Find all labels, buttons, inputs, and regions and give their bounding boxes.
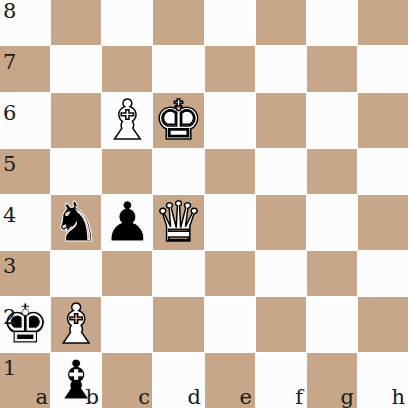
- square-e1[interactable]: [205, 353, 255, 408]
- square-f4[interactable]: [256, 195, 306, 250]
- square-d7[interactable]: [153, 46, 203, 91]
- square-h3[interactable]: [358, 251, 408, 296]
- square-e6[interactable]: [205, 93, 255, 148]
- square-c4[interactable]: ♟: [102, 195, 152, 250]
- piece-black-bishop[interactable]: ♝: [52, 353, 101, 408]
- piece-white-king[interactable]: ♚: [154, 93, 203, 148]
- square-f6[interactable]: [256, 93, 306, 148]
- square-g1[interactable]: [307, 353, 357, 408]
- square-a7[interactable]: [0, 46, 50, 91]
- square-f5[interactable]: [256, 149, 306, 194]
- board-grid: ♝♚♞♟♛♚♝♝: [0, 0, 408, 408]
- square-h7[interactable]: [358, 46, 408, 91]
- square-h8[interactable]: [358, 0, 408, 45]
- square-b1[interactable]: ♝: [51, 353, 101, 408]
- square-b8[interactable]: [51, 0, 101, 45]
- square-c7[interactable]: [102, 46, 152, 91]
- square-e4[interactable]: [205, 195, 255, 250]
- square-c2[interactable]: [102, 297, 152, 352]
- square-g5[interactable]: [307, 149, 357, 194]
- square-b7[interactable]: [51, 46, 101, 91]
- square-e5[interactable]: [205, 149, 255, 194]
- square-h6[interactable]: [358, 93, 408, 148]
- square-e2[interactable]: [205, 297, 255, 352]
- square-b2[interactable]: ♝: [51, 297, 101, 352]
- square-a4[interactable]: [0, 195, 50, 250]
- square-c5[interactable]: [102, 149, 152, 194]
- square-e3[interactable]: [205, 251, 255, 296]
- square-g6[interactable]: [307, 93, 357, 148]
- square-g8[interactable]: [307, 0, 357, 45]
- square-g3[interactable]: [307, 251, 357, 296]
- square-a1[interactable]: [0, 353, 50, 408]
- piece-white-queen[interactable]: ♛: [154, 195, 203, 250]
- square-d2[interactable]: [153, 297, 203, 352]
- piece-white-bishop[interactable]: ♝: [103, 93, 152, 148]
- square-h2[interactable]: [358, 297, 408, 352]
- square-d5[interactable]: [153, 149, 203, 194]
- square-b6[interactable]: [51, 93, 101, 148]
- square-d6[interactable]: ♚: [153, 93, 203, 148]
- square-a8[interactable]: [0, 0, 50, 45]
- square-f7[interactable]: [256, 46, 306, 91]
- piece-black-pawn[interactable]: ♟: [103, 195, 152, 250]
- square-c1[interactable]: [102, 353, 152, 408]
- square-a6[interactable]: [0, 93, 50, 148]
- piece-black-knight[interactable]: ♞: [52, 195, 101, 250]
- square-g2[interactable]: [307, 297, 357, 352]
- square-d4[interactable]: ♛: [153, 195, 203, 250]
- piece-black-king[interactable]: ♚: [0, 297, 49, 352]
- chess-board: ♝♚♞♟♛♚♝♝ 87654321abcdefgh: [0, 0, 408, 408]
- square-f2[interactable]: [256, 297, 306, 352]
- piece-white-bishop[interactable]: ♝: [52, 297, 101, 352]
- square-a3[interactable]: [0, 251, 50, 296]
- square-c3[interactable]: [102, 251, 152, 296]
- square-f8[interactable]: [256, 0, 306, 45]
- square-f1[interactable]: [256, 353, 306, 408]
- square-b5[interactable]: [51, 149, 101, 194]
- square-h4[interactable]: [358, 195, 408, 250]
- square-h5[interactable]: [358, 149, 408, 194]
- square-d1[interactable]: [153, 353, 203, 408]
- square-g7[interactable]: [307, 46, 357, 91]
- square-b3[interactable]: [51, 251, 101, 296]
- square-a2[interactable]: ♚: [0, 297, 50, 352]
- square-e8[interactable]: [205, 0, 255, 45]
- square-f3[interactable]: [256, 251, 306, 296]
- square-h1[interactable]: [358, 353, 408, 408]
- square-c8[interactable]: [102, 0, 152, 45]
- square-d8[interactable]: [153, 0, 203, 45]
- square-c6[interactable]: ♝: [102, 93, 152, 148]
- square-d3[interactable]: [153, 251, 203, 296]
- square-g4[interactable]: [307, 195, 357, 250]
- square-a5[interactable]: [0, 149, 50, 194]
- square-e7[interactable]: [205, 46, 255, 91]
- square-b4[interactable]: ♞: [51, 195, 101, 250]
